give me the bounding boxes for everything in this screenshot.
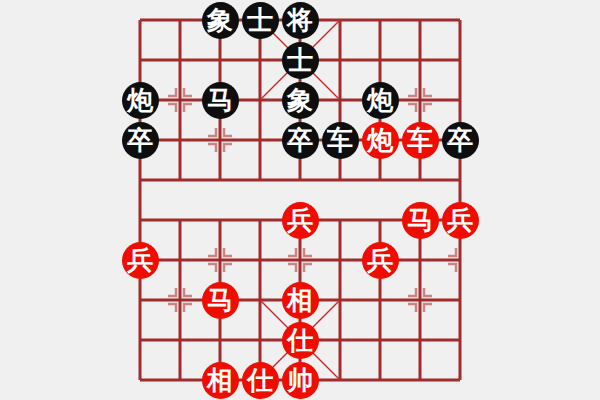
board-point-3-4[interactable] <box>240 160 280 200</box>
board-point-8-2[interactable] <box>440 80 480 120</box>
board-point-0-7[interactable] <box>120 280 160 320</box>
piece-red-soldier[interactable]: 兵 <box>122 242 159 279</box>
board-point-8-8[interactable] <box>440 320 480 360</box>
board-point-6-4[interactable] <box>360 160 400 200</box>
board-point-1-7[interactable] <box>160 280 200 320</box>
board-point-5-2[interactable] <box>320 80 360 120</box>
board-point-0-6[interactable]: 兵 <box>120 240 160 280</box>
board-point-6-0[interactable] <box>360 0 400 40</box>
board-point-2-3[interactable] <box>200 120 240 160</box>
board-point-5-7[interactable] <box>320 280 360 320</box>
piece-red-elephant[interactable]: 相 <box>282 282 319 319</box>
board-point-2-8[interactable] <box>200 320 240 360</box>
board-point-3-1[interactable] <box>240 40 280 80</box>
board-point-4-9[interactable]: 帅 <box>280 360 320 400</box>
board-point-2-5[interactable] <box>200 200 240 240</box>
board-point-1-2[interactable] <box>160 80 200 120</box>
board-point-5-9[interactable] <box>320 360 360 400</box>
board-point-6-6[interactable]: 兵 <box>360 240 400 280</box>
board-point-3-5[interactable] <box>240 200 280 240</box>
board-point-7-8[interactable] <box>400 320 440 360</box>
board-point-5-5[interactable] <box>320 200 360 240</box>
board-point-3-7[interactable] <box>240 280 280 320</box>
board-point-8-9[interactable] <box>440 360 480 400</box>
board-point-0-0[interactable] <box>120 0 160 40</box>
piece-red-elephant[interactable]: 相 <box>202 362 239 399</box>
piece-black-advisor[interactable]: 士 <box>242 2 279 39</box>
board-point-1-5[interactable] <box>160 200 200 240</box>
board-point-3-6[interactable] <box>240 240 280 280</box>
board-point-7-9[interactable] <box>400 360 440 400</box>
board-point-1-9[interactable] <box>160 360 200 400</box>
board-point-3-2[interactable] <box>240 80 280 120</box>
piece-black-cannon[interactable]: 炮 <box>122 82 159 119</box>
piece-red-advisor[interactable]: 仕 <box>282 322 319 359</box>
piece-red-soldier[interactable]: 兵 <box>362 242 399 279</box>
board-point-4-7[interactable]: 相 <box>280 280 320 320</box>
board-point-7-3[interactable]: 车 <box>400 120 440 160</box>
board-point-4-3[interactable]: 卒 <box>280 120 320 160</box>
board-point-0-9[interactable] <box>120 360 160 400</box>
board-point-8-7[interactable] <box>440 280 480 320</box>
board-point-6-9[interactable] <box>360 360 400 400</box>
board-point-8-0[interactable] <box>440 0 480 40</box>
board-point-2-9[interactable]: 相 <box>200 360 240 400</box>
board-point-0-1[interactable] <box>120 40 160 80</box>
board-point-2-2[interactable]: 马 <box>200 80 240 120</box>
board-point-7-7[interactable] <box>400 280 440 320</box>
board-point-8-5[interactable]: 兵 <box>440 200 480 240</box>
board-point-8-3[interactable]: 卒 <box>440 120 480 160</box>
piece-black-advisor[interactable]: 士 <box>282 42 319 79</box>
board-point-4-8[interactable]: 仕 <box>280 320 320 360</box>
board-point-2-0[interactable]: 象 <box>200 0 240 40</box>
board-point-1-3[interactable] <box>160 120 200 160</box>
board-point-0-3[interactable]: 卒 <box>120 120 160 160</box>
board-point-7-6[interactable] <box>400 240 440 280</box>
board-point-8-4[interactable] <box>440 160 480 200</box>
piece-red-cannon[interactable]: 炮 <box>362 122 399 159</box>
board-point-2-7[interactable]: 马 <box>200 280 240 320</box>
board-point-7-5[interactable]: 马 <box>400 200 440 240</box>
piece-red-soldier[interactable]: 兵 <box>442 202 479 239</box>
board-point-8-1[interactable] <box>440 40 480 80</box>
board-point-5-8[interactable] <box>320 320 360 360</box>
board-point-0-4[interactable] <box>120 160 160 200</box>
board-point-5-0[interactable] <box>320 0 360 40</box>
board-point-3-9[interactable]: 仕 <box>240 360 280 400</box>
piece-black-chariot[interactable]: 车 <box>322 122 359 159</box>
board-point-5-3[interactable]: 车 <box>320 120 360 160</box>
piece-black-general[interactable]: 将 <box>282 2 319 39</box>
board-point-3-3[interactable] <box>240 120 280 160</box>
piece-black-cannon[interactable]: 炮 <box>362 82 399 119</box>
board-point-6-3[interactable]: 炮 <box>360 120 400 160</box>
board-point-5-4[interactable] <box>320 160 360 200</box>
board-point-7-2[interactable] <box>400 80 440 120</box>
piece-black-elephant[interactable]: 象 <box>282 82 319 119</box>
board-point-4-4[interactable] <box>280 160 320 200</box>
board-point-5-1[interactable] <box>320 40 360 80</box>
board-point-7-1[interactable] <box>400 40 440 80</box>
board-point-2-6[interactable] <box>200 240 240 280</box>
board-point-1-6[interactable] <box>160 240 200 280</box>
board-point-1-0[interactable] <box>160 0 200 40</box>
board-point-0-2[interactable]: 炮 <box>120 80 160 120</box>
piece-black-soldier[interactable]: 卒 <box>282 122 319 159</box>
piece-red-chariot[interactable]: 车 <box>402 122 439 159</box>
board-point-4-6[interactable] <box>280 240 320 280</box>
board-point-6-5[interactable] <box>360 200 400 240</box>
board-point-7-0[interactable] <box>400 0 440 40</box>
board-point-7-4[interactable] <box>400 160 440 200</box>
piece-black-soldier[interactable]: 卒 <box>442 122 479 159</box>
board-point-2-4[interactable] <box>200 160 240 200</box>
board-point-4-2[interactable]: 象 <box>280 80 320 120</box>
board-point-6-1[interactable] <box>360 40 400 80</box>
board-point-5-6[interactable] <box>320 240 360 280</box>
board-point-4-1[interactable]: 士 <box>280 40 320 80</box>
piece-red-soldier[interactable]: 兵 <box>282 202 319 239</box>
board-point-3-0[interactable]: 士 <box>240 0 280 40</box>
board-point-6-7[interactable] <box>360 280 400 320</box>
piece-black-horse[interactable]: 马 <box>202 82 239 119</box>
board-point-4-0[interactable]: 将 <box>280 0 320 40</box>
piece-black-soldier[interactable]: 卒 <box>122 122 159 159</box>
board-point-0-5[interactable] <box>120 200 160 240</box>
board-point-1-4[interactable] <box>160 160 200 200</box>
piece-red-general[interactable]: 帅 <box>282 362 319 399</box>
board-point-6-8[interactable] <box>360 320 400 360</box>
pieces-layer: 象士将士炮马象炮卒卒车炮车卒兵马兵兵兵马相仕相仕帅 <box>120 0 480 400</box>
board-point-8-6[interactable] <box>440 240 480 280</box>
piece-black-elephant[interactable]: 象 <box>202 2 239 39</box>
piece-red-advisor[interactable]: 仕 <box>242 362 279 399</box>
board-point-4-5[interactable]: 兵 <box>280 200 320 240</box>
board-point-6-2[interactable]: 炮 <box>360 80 400 120</box>
board-point-0-8[interactable] <box>120 320 160 360</box>
piece-red-horse[interactable]: 马 <box>202 282 239 319</box>
piece-red-horse[interactable]: 马 <box>402 202 439 239</box>
xiangqi-board: 象士将士炮马象炮卒卒车炮车卒兵马兵兵兵马相仕相仕帅 <box>0 0 600 400</box>
board-point-1-1[interactable] <box>160 40 200 80</box>
board-point-3-8[interactable] <box>240 320 280 360</box>
board-point-2-1[interactable] <box>200 40 240 80</box>
board-point-1-8[interactable] <box>160 320 200 360</box>
